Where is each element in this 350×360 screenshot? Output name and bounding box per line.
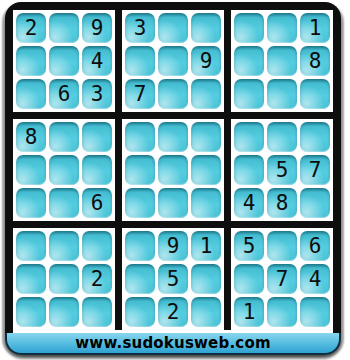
cell-r7c7[interactable]: 5 (234, 231, 264, 261)
cell-r3c2[interactable]: 6 (49, 79, 79, 109)
box-1-2: 5748 (231, 119, 333, 221)
cell-r1c7[interactable] (234, 13, 264, 43)
cell-r2c4[interactable] (125, 46, 155, 76)
sudoku-grid: 29463397188657482915256741 (13, 10, 333, 330)
cell-r4c1[interactable]: 8 (16, 122, 46, 152)
cell-r1c2[interactable] (49, 13, 79, 43)
cell-r2c6[interactable]: 9 (191, 46, 221, 76)
cell-r3c3[interactable]: 3 (82, 79, 112, 109)
cell-r5c3[interactable] (82, 155, 112, 185)
cell-r6c7[interactable]: 4 (234, 188, 264, 218)
cell-r7c5[interactable]: 9 (158, 231, 188, 261)
cell-r9c9[interactable] (300, 297, 330, 327)
cell-r4c4[interactable] (125, 122, 155, 152)
cell-r2c3[interactable]: 4 (82, 46, 112, 76)
cell-r6c2[interactable] (49, 188, 79, 218)
cell-r8c1[interactable] (16, 264, 46, 294)
cell-r3c7[interactable] (234, 79, 264, 109)
cell-r7c4[interactable] (125, 231, 155, 261)
cell-r3c1[interactable] (16, 79, 46, 109)
cell-r7c9[interactable]: 6 (300, 231, 330, 261)
cell-r7c1[interactable] (16, 231, 46, 261)
box-0-1: 397 (122, 10, 224, 112)
cell-r2c7[interactable] (234, 46, 264, 76)
cell-r7c6[interactable]: 1 (191, 231, 221, 261)
box-2-0: 2 (13, 228, 115, 330)
cell-r2c2[interactable] (49, 46, 79, 76)
cell-r1c3[interactable]: 9 (82, 13, 112, 43)
cell-r2c1[interactable] (16, 46, 46, 76)
cell-r5c1[interactable] (16, 155, 46, 185)
sudoku-widget: 29463397188657482915256741 www.sudokuswe… (5, 2, 341, 355)
cell-r7c2[interactable] (49, 231, 79, 261)
cell-r9c5[interactable]: 2 (158, 297, 188, 327)
cell-r6c4[interactable] (125, 188, 155, 218)
cell-r9c6[interactable] (191, 297, 221, 327)
cell-r1c4[interactable]: 3 (125, 13, 155, 43)
cell-r3c6[interactable] (191, 79, 221, 109)
cell-r2c8[interactable] (267, 46, 297, 76)
cell-r9c8[interactable] (267, 297, 297, 327)
sudoku-board: 29463397188657482915256741 (5, 2, 341, 333)
cell-r3c9[interactable] (300, 79, 330, 109)
cell-r1c5[interactable] (158, 13, 188, 43)
box-0-2: 18 (231, 10, 333, 112)
cell-r6c5[interactable] (158, 188, 188, 218)
cell-r5c7[interactable] (234, 155, 264, 185)
cell-r9c4[interactable] (125, 297, 155, 327)
cell-r4c8[interactable] (267, 122, 297, 152)
footer-bar: www.sudokusweb.com (5, 333, 341, 355)
cell-r3c8[interactable] (267, 79, 297, 109)
cell-r4c7[interactable] (234, 122, 264, 152)
cell-r5c4[interactable] (125, 155, 155, 185)
cell-r8c9[interactable]: 4 (300, 264, 330, 294)
cell-r4c5[interactable] (158, 122, 188, 152)
cell-r9c1[interactable] (16, 297, 46, 327)
cell-r5c6[interactable] (191, 155, 221, 185)
box-2-1: 9152 (122, 228, 224, 330)
cell-r9c2[interactable] (49, 297, 79, 327)
cell-r8c8[interactable]: 7 (267, 264, 297, 294)
box-0-0: 29463 (13, 10, 115, 112)
cell-r9c7[interactable]: 1 (234, 297, 264, 327)
cell-r7c3[interactable] (82, 231, 112, 261)
cell-r4c3[interactable] (82, 122, 112, 152)
cell-r1c8[interactable] (267, 13, 297, 43)
cell-r4c2[interactable] (49, 122, 79, 152)
cell-r5c8[interactable]: 5 (267, 155, 297, 185)
cell-r8c7[interactable] (234, 264, 264, 294)
cell-r9c3[interactable] (82, 297, 112, 327)
cell-r8c6[interactable] (191, 264, 221, 294)
cell-r1c9[interactable]: 1 (300, 13, 330, 43)
cell-r8c5[interactable]: 5 (158, 264, 188, 294)
cell-r8c4[interactable] (125, 264, 155, 294)
box-1-0: 86 (13, 119, 115, 221)
cell-r4c9[interactable] (300, 122, 330, 152)
cell-r8c3[interactable]: 2 (82, 264, 112, 294)
cell-r5c9[interactable]: 7 (300, 155, 330, 185)
cell-r1c1[interactable]: 2 (16, 13, 46, 43)
cell-r7c8[interactable] (267, 231, 297, 261)
site-url[interactable]: www.sudokusweb.com (75, 334, 270, 352)
box-2-2: 56741 (231, 228, 333, 330)
cell-r1c6[interactable] (191, 13, 221, 43)
box-1-1 (122, 119, 224, 221)
cell-r2c9[interactable]: 8 (300, 46, 330, 76)
cell-r6c8[interactable]: 8 (267, 188, 297, 218)
cell-r4c6[interactable] (191, 122, 221, 152)
cell-r6c6[interactable] (191, 188, 221, 218)
cell-r2c5[interactable] (158, 46, 188, 76)
cell-r3c4[interactable]: 7 (125, 79, 155, 109)
cell-r6c9[interactable] (300, 188, 330, 218)
cell-r5c5[interactable] (158, 155, 188, 185)
cell-r6c3[interactable]: 6 (82, 188, 112, 218)
cell-r5c2[interactable] (49, 155, 79, 185)
cell-r6c1[interactable] (16, 188, 46, 218)
cell-r8c2[interactable] (49, 264, 79, 294)
cell-r3c5[interactable] (158, 79, 188, 109)
